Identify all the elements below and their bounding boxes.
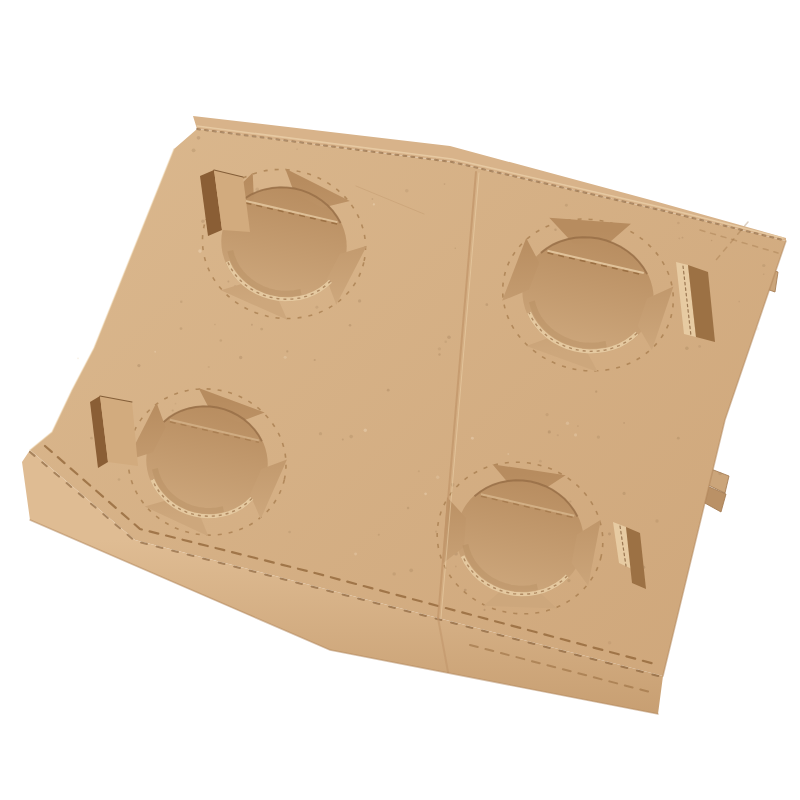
product-photo [0, 0, 800, 800]
cup-carrier-photo [0, 0, 800, 800]
folded-tab-top-left [200, 170, 250, 236]
folded-tab-bottom-left [90, 396, 138, 468]
